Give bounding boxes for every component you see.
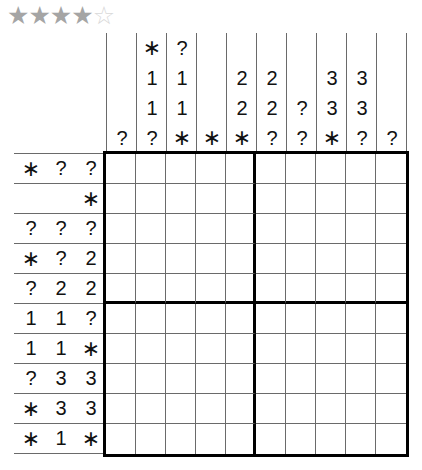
grid-cell-r3c8[interactable] — [316, 214, 346, 244]
row-clue-4-1: ∗ — [16, 244, 46, 273]
row-clue-stack-5: ?22 — [14, 273, 106, 303]
grid-cell-r5c1[interactable] — [106, 274, 136, 304]
grid-cell-r9c4[interactable] — [196, 394, 226, 424]
grid-cell-r2c6[interactable] — [256, 184, 286, 214]
col-clue-9-1: 3 — [347, 63, 377, 93]
grid-cell-r7c3[interactable] — [166, 334, 196, 364]
grid-cell-r5c2[interactable] — [136, 274, 166, 304]
grid-cell-r1c10[interactable] — [376, 154, 406, 184]
grid-cell-r8c6[interactable] — [256, 364, 286, 394]
col-clue-stack-9: 33? — [346, 33, 376, 153]
row-clues-area: ∗??∗???∗?2?2211?11∗?33∗33∗1∗ — [14, 153, 106, 454]
row-clue-9-1: ∗ — [16, 394, 46, 423]
row-clue-10-1: ∗ — [16, 424, 46, 453]
row-clue-8-2: 3 — [46, 364, 76, 393]
grid-cell-r9c1[interactable] — [106, 394, 136, 424]
grid-cell-r4c10[interactable] — [376, 244, 406, 274]
grid-cell-r7c9[interactable] — [346, 334, 376, 364]
row-clue-stack-6: 11? — [14, 303, 106, 333]
grid-cell-r9c8[interactable] — [316, 394, 346, 424]
grid-cell-r7c1[interactable] — [106, 334, 136, 364]
row-clue-5-3: 2 — [76, 274, 106, 303]
row-clue-3-3: ? — [76, 214, 106, 243]
grid-cell-r9c5[interactable] — [226, 394, 256, 424]
col-clue-3-4: ∗ — [167, 123, 197, 153]
col-clue-5-2: 2 — [227, 93, 257, 123]
grid-cell-r5c9[interactable] — [346, 274, 376, 304]
grid-cell-r3c6[interactable] — [256, 214, 286, 244]
row-clue-8-1: ? — [16, 364, 46, 393]
row-clue-1-2: ? — [46, 154, 76, 183]
col-clue-8-3: ∗ — [317, 123, 347, 153]
grid-cell-r10c7[interactable] — [286, 424, 316, 454]
grid-cell-r6c10[interactable] — [376, 304, 406, 334]
grid-cell-r5c10[interactable] — [376, 274, 406, 304]
grid-cell-r2c2[interactable] — [136, 184, 166, 214]
col-clue-stack-7: ?? — [286, 33, 316, 153]
row-clue-1-3: ? — [76, 154, 106, 183]
grid-cell-r2c3[interactable] — [166, 184, 196, 214]
col-clue-9-2: 3 — [347, 93, 377, 123]
row-clue-1-1: ∗ — [16, 154, 46, 183]
grid-cell-r9c2[interactable] — [136, 394, 166, 424]
grid-cell-r1c4[interactable] — [196, 154, 226, 184]
col-clue-6-2: 2 — [257, 93, 287, 123]
col-clue-2-1: ∗ — [137, 33, 167, 63]
row-clue-7-3: ∗ — [76, 334, 106, 363]
col-clue-2-4: ? — [137, 123, 167, 153]
col-clue-3-2: 1 — [167, 63, 197, 93]
row-clue-6-2: 1 — [46, 304, 76, 333]
grid-cell-r4c1[interactable] — [106, 244, 136, 274]
row-clue-2-1: ∗ — [76, 184, 106, 213]
grid-cell-r1c7[interactable] — [286, 154, 316, 184]
col-clue-10-1: ? — [377, 123, 407, 153]
col-clue-stack-4: ∗ — [196, 33, 226, 153]
grid-cell-r1c2[interactable] — [136, 154, 166, 184]
grid-cell-r4c9[interactable] — [346, 244, 376, 274]
grid-cell-r6c2[interactable] — [136, 304, 166, 334]
grid-cell-r5c5[interactable] — [226, 274, 256, 304]
grid-cell-r10c9[interactable] — [346, 424, 376, 454]
grid-cell-r6c3[interactable] — [166, 304, 196, 334]
grid-cell-r6c7[interactable] — [286, 304, 316, 334]
grid-cell-r1c9[interactable] — [346, 154, 376, 184]
grid-cell-r8c3[interactable] — [166, 364, 196, 394]
col-clue-4-1: ∗ — [197, 123, 227, 153]
col-clue-3-3: 1 — [167, 93, 197, 123]
col-clue-8-1: 3 — [317, 63, 347, 93]
row-clue-4-3: 2 — [76, 244, 106, 273]
col-clue-7-2: ? — [287, 123, 317, 153]
row-clue-5-2: 2 — [46, 274, 76, 303]
grid-cell-r4c7[interactable] — [286, 244, 316, 274]
col-clue-stack-2: ∗11? — [136, 33, 166, 153]
row-clue-3-1: ? — [16, 214, 46, 243]
grid-cell-r1c6[interactable] — [256, 154, 286, 184]
row-clue-stack-9: ∗33 — [14, 393, 106, 423]
grid-cell-r3c4[interactable] — [196, 214, 226, 244]
row-clue-7-1: 1 — [16, 334, 46, 363]
grid-cell-r9c9[interactable] — [346, 394, 376, 424]
row-clue-9-3: 3 — [76, 394, 106, 423]
col-clue-stack-8: 33∗ — [316, 33, 346, 153]
column-clues-area: ?∗11??11∗∗22∗22???33∗33?? — [106, 33, 407, 153]
grid-cell-r8c4[interactable] — [196, 364, 226, 394]
grid-cell-r3c2[interactable] — [136, 214, 166, 244]
grid-cell-r8c5[interactable] — [226, 364, 256, 394]
puzzle-grid — [103, 151, 409, 457]
row-clue-8-3: 3 — [76, 364, 106, 393]
grid-cell-r2c8[interactable] — [316, 184, 346, 214]
col-clue-stack-1: ? — [106, 33, 136, 153]
grid-cell-r10c6[interactable] — [256, 424, 286, 454]
grid-cell-r1c3[interactable] — [166, 154, 196, 184]
col-clue-8-2: 3 — [317, 93, 347, 123]
filled-stars-icon: ★★★★ — [7, 1, 93, 29]
grid-cell-r2c4[interactable] — [196, 184, 226, 214]
grid-cell-r4c2[interactable] — [136, 244, 166, 274]
col-clue-5-3: ∗ — [227, 123, 257, 153]
grid-cell-r7c5[interactable] — [226, 334, 256, 364]
grid-cell-r3c3[interactable] — [166, 214, 196, 244]
col-clue-3-1: ? — [167, 33, 197, 63]
grid-cell-r6c6[interactable] — [256, 304, 286, 334]
grid-cell-r4c3[interactable] — [166, 244, 196, 274]
row-clue-10-3: ∗ — [76, 424, 106, 453]
row-clue-7-2: 1 — [46, 334, 76, 363]
grid-cell-r10c8[interactable] — [316, 424, 346, 454]
row-clue-6-1: 1 — [16, 304, 46, 333]
grid-cell-r10c5[interactable] — [226, 424, 256, 454]
row-clue-6-3: ? — [76, 304, 106, 333]
grid-cell-r8c8[interactable] — [316, 364, 346, 394]
grid-cell-r8c7[interactable] — [286, 364, 316, 394]
col-clue-5-1: 2 — [227, 63, 257, 93]
grid-cell-r1c8[interactable] — [316, 154, 346, 184]
grid-cell-r2c9[interactable] — [346, 184, 376, 214]
grid-cell-r10c2[interactable] — [136, 424, 166, 454]
row-clue-5-1: ? — [16, 274, 46, 303]
grid-cell-r5c6[interactable] — [256, 274, 286, 304]
grid-cell-r2c10[interactable] — [376, 184, 406, 214]
row-clue-9-2: 3 — [46, 394, 76, 423]
grid-cell-r7c2[interactable] — [136, 334, 166, 364]
grid-cell-r8c1[interactable] — [106, 364, 136, 394]
grid-cell-r1c5[interactable] — [226, 154, 256, 184]
grid-cell-r10c10[interactable] — [376, 424, 406, 454]
col-clue-stack-6: 22? — [256, 33, 286, 153]
col-clue-9-3: ? — [347, 123, 377, 153]
grid-cell-r10c3[interactable] — [166, 424, 196, 454]
col-clue-2-3: 1 — [137, 93, 167, 123]
grid-cell-r6c5[interactable] — [226, 304, 256, 334]
grid-cell-r4c6[interactable] — [256, 244, 286, 274]
grid-cell-r5c8[interactable] — [316, 274, 346, 304]
grid-cell-r7c8[interactable] — [316, 334, 346, 364]
col-clue-stack-10: ? — [376, 33, 406, 153]
grid-cell-r3c9[interactable] — [346, 214, 376, 244]
grid-cell-r3c5[interactable] — [226, 214, 256, 244]
col-clue-2-2: 1 — [137, 63, 167, 93]
grid-cell-r9c7[interactable] — [286, 394, 316, 424]
row-clue-stack-7: 11∗ — [14, 333, 106, 363]
col-clue-7-1: ? — [287, 93, 317, 123]
grid-cell-r4c5[interactable] — [226, 244, 256, 274]
grid-cell-r6c1[interactable] — [106, 304, 136, 334]
row-clue-stack-1: ∗?? — [14, 153, 106, 183]
grid-cell-r4c4[interactable] — [196, 244, 226, 274]
nonogram-page: ★★★★☆ ?∗11??11∗∗22∗22???33∗33?? ∗??∗???∗… — [0, 0, 422, 470]
grid-cell-r1c1[interactable] — [106, 154, 136, 184]
grid-cell-r3c1[interactable] — [106, 214, 136, 244]
grid-cell-r7c6[interactable] — [256, 334, 286, 364]
grid-cell-r9c3[interactable] — [166, 394, 196, 424]
row-clue-3-2: ? — [46, 214, 76, 243]
grid-cell-r9c10[interactable] — [376, 394, 406, 424]
grid-cell-r2c5[interactable] — [226, 184, 256, 214]
col-clue-stack-5: 22∗ — [226, 33, 256, 153]
grid-cell-r2c1[interactable] — [106, 184, 136, 214]
difficulty-rating: ★★★★☆ — [7, 1, 114, 29]
grid-cell-r8c2[interactable] — [136, 364, 166, 394]
col-clue-6-3: ? — [257, 123, 287, 153]
grid-cell-r8c9[interactable] — [346, 364, 376, 394]
grid-cell-r5c4[interactable] — [196, 274, 226, 304]
grid-cell-r10c1[interactable] — [106, 424, 136, 454]
row-clue-10-2: 1 — [46, 424, 76, 453]
grid-cell-r2c7[interactable] — [286, 184, 316, 214]
grid-cell-r10c4[interactable] — [196, 424, 226, 454]
col-clue-1-1: ? — [107, 123, 137, 153]
col-clue-6-1: 2 — [257, 63, 287, 93]
empty-star-icon: ☆ — [93, 1, 114, 29]
grid-cell-r3c7[interactable] — [286, 214, 316, 244]
row-clue-4-2: ? — [46, 244, 76, 273]
grid-cell-r6c4[interactable] — [196, 304, 226, 334]
row-clue-stack-8: ?33 — [14, 363, 106, 393]
grid-cell-r9c6[interactable] — [256, 394, 286, 424]
grid-cell-r4c8[interactable] — [316, 244, 346, 274]
row-clue-stack-10: ∗1∗ — [14, 423, 106, 453]
row-clue-stack-2: ∗ — [14, 183, 106, 213]
grid-cell-r6c9[interactable] — [346, 304, 376, 334]
grid-cell-r8c10[interactable] — [376, 364, 406, 394]
grid-cell-r5c7[interactable] — [286, 274, 316, 304]
grid-cell-r5c3[interactable] — [166, 274, 196, 304]
grid-cell-r7c10[interactable] — [376, 334, 406, 364]
row-clue-stack-3: ??? — [14, 213, 106, 243]
row-clue-stack-4: ∗?2 — [14, 243, 106, 273]
grid-cell-r6c8[interactable] — [316, 304, 346, 334]
grid-cell-r3c10[interactable] — [376, 214, 406, 244]
col-clue-stack-3: ?11∗ — [166, 33, 196, 153]
grid-cell-r7c7[interactable] — [286, 334, 316, 364]
grid-cell-r7c4[interactable] — [196, 334, 226, 364]
